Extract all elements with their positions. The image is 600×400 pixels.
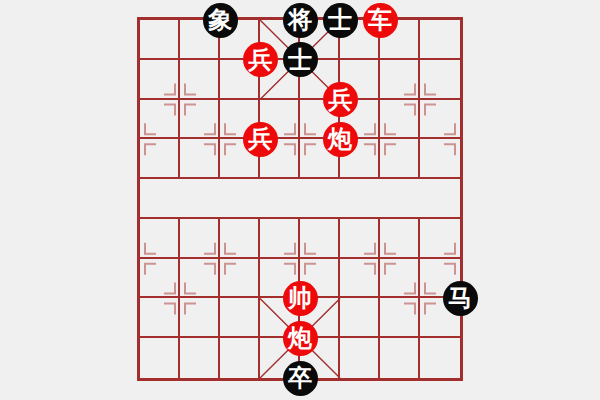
piece-black-general[interactable]: 将 — [283, 3, 318, 38]
piece-black-elephant[interactable]: 象 — [203, 3, 238, 38]
piece-black-advisor[interactable]: 士 — [283, 42, 318, 77]
piece-black-soldier[interactable]: 卒 — [283, 361, 318, 396]
position-marker — [364, 243, 396, 275]
position-marker — [284, 243, 316, 275]
position-marker — [145, 123, 156, 155]
piece-red-general[interactable]: 帅 — [283, 281, 318, 316]
position-marker — [204, 123, 236, 155]
position-marker — [364, 123, 396, 155]
piece-red-soldier[interactable]: 兵 — [243, 42, 278, 77]
position-marker — [204, 243, 236, 275]
piece-red-cannon[interactable]: 炮 — [323, 122, 358, 157]
piece-red-chariot[interactable]: 车 — [363, 3, 398, 38]
position-marker — [404, 84, 436, 116]
piece-red-soldier[interactable]: 兵 — [323, 82, 358, 117]
piece-red-soldier[interactable]: 兵 — [243, 122, 278, 157]
position-marker — [444, 123, 455, 155]
position-marker — [145, 243, 156, 275]
piece-red-cannon[interactable]: 炮 — [283, 321, 318, 356]
position-marker — [164, 84, 196, 116]
piece-black-horse[interactable]: 马 — [443, 281, 478, 316]
position-marker — [284, 123, 316, 155]
position-marker — [444, 243, 455, 275]
position-marker — [404, 282, 436, 314]
piece-black-advisor[interactable]: 士 — [323, 3, 358, 38]
xiangqi-board-diagram: 象将士车兵士兵兵炮帅马炮卒 — [0, 0, 600, 400]
position-marker — [164, 282, 196, 314]
